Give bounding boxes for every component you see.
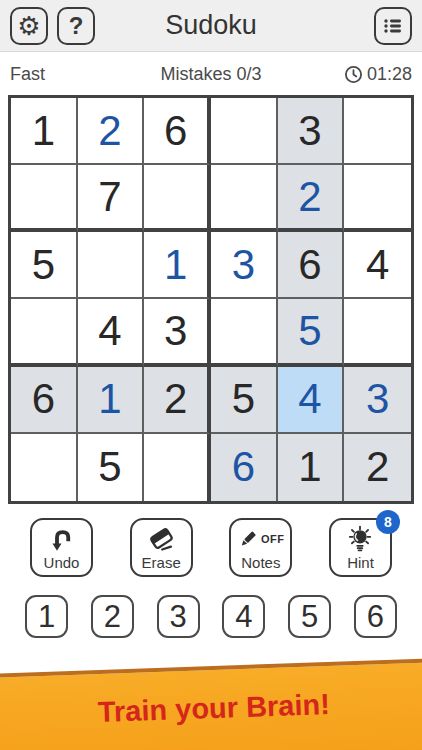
notes-label: Notes bbox=[241, 554, 280, 572]
cell-r4c2[interactable]: 4 bbox=[78, 299, 145, 366]
sudoku-app: ⚙ ? Sudoku Fast Mistakes 0/3 01:28 bbox=[0, 0, 422, 750]
cell-r3c2[interactable] bbox=[78, 232, 145, 299]
clock-icon bbox=[344, 65, 363, 84]
cell-r3c1[interactable]: 5 bbox=[11, 232, 78, 299]
cell-r1c5[interactable]: 3 bbox=[278, 98, 345, 165]
status-bar: Fast Mistakes 0/3 01:28 bbox=[0, 53, 422, 95]
cell-r1c3[interactable]: 6 bbox=[144, 98, 211, 165]
cell-r1c2[interactable]: 2 bbox=[78, 98, 145, 165]
undo-arrow-icon bbox=[48, 526, 75, 553]
cell-r5c3[interactable]: 2 bbox=[144, 367, 211, 434]
settings-button[interactable]: ⚙ bbox=[10, 7, 48, 45]
cell-r3c5[interactable]: 6 bbox=[278, 232, 345, 299]
cell-r5c6[interactable]: 3 bbox=[344, 367, 411, 434]
notes-state: OFF bbox=[261, 533, 285, 545]
timer: 01:28 bbox=[294, 64, 412, 85]
cell-r6c1[interactable] bbox=[11, 434, 78, 501]
menu-list-icon bbox=[381, 14, 405, 38]
cell-r4c1[interactable] bbox=[11, 299, 78, 366]
cell-r3c6[interactable]: 4 bbox=[344, 232, 411, 299]
cell-r2c1[interactable] bbox=[11, 165, 78, 232]
sudoku-board: 126372513644356125435612 bbox=[8, 95, 414, 504]
menu-button[interactable] bbox=[374, 7, 412, 45]
cell-r5c5[interactable]: 4 bbox=[278, 367, 345, 434]
toolbar: Undo Erase bbox=[0, 518, 422, 578]
cell-r3c4[interactable]: 3 bbox=[211, 232, 278, 299]
cell-r2c2[interactable]: 7 bbox=[78, 165, 145, 232]
mistakes-counter: Mistakes 0/3 bbox=[128, 64, 294, 85]
cell-r1c1[interactable]: 1 bbox=[11, 98, 78, 165]
cell-r1c4[interactable] bbox=[211, 98, 278, 165]
num-button-6[interactable]: 6 bbox=[354, 595, 397, 638]
cell-r4c5[interactable]: 5 bbox=[278, 299, 345, 366]
cell-r6c5[interactable]: 1 bbox=[278, 434, 345, 501]
cell-r6c4[interactable]: 6 bbox=[211, 434, 278, 501]
num-button-5[interactable]: 5 bbox=[288, 595, 331, 638]
num-button-3[interactable]: 3 bbox=[157, 595, 200, 638]
erase-button[interactable]: Erase bbox=[130, 518, 193, 577]
eraser-icon bbox=[147, 525, 175, 553]
cell-r2c3[interactable] bbox=[144, 165, 211, 232]
pencil-icon bbox=[237, 528, 259, 550]
banner-text: Train your Brain! bbox=[97, 688, 333, 750]
undo-button[interactable]: Undo bbox=[30, 518, 93, 577]
question-icon: ? bbox=[69, 12, 84, 40]
number-pad: 123456 bbox=[0, 595, 422, 639]
cell-r1c6[interactable] bbox=[344, 98, 411, 165]
num-button-4[interactable]: 4 bbox=[222, 595, 265, 638]
erase-label: Erase bbox=[142, 554, 181, 572]
cell-r2c5[interactable]: 2 bbox=[278, 165, 345, 232]
num-button-2[interactable]: 2 bbox=[91, 595, 134, 638]
header-bar: ⚙ ? Sudoku bbox=[0, 0, 422, 52]
num-button-1[interactable]: 1 bbox=[25, 595, 68, 638]
cell-r4c4[interactable] bbox=[211, 299, 278, 366]
notes-button[interactable]: OFF Notes bbox=[229, 518, 292, 577]
cell-r2c4[interactable] bbox=[211, 165, 278, 232]
difficulty-label[interactable]: Fast bbox=[10, 64, 128, 85]
lightbulb-icon bbox=[346, 525, 374, 553]
gear-icon: ⚙ bbox=[17, 13, 40, 39]
help-button[interactable]: ? bbox=[57, 7, 95, 45]
cell-r6c2[interactable]: 5 bbox=[78, 434, 145, 501]
cell-r6c6[interactable]: 2 bbox=[344, 434, 411, 501]
timer-value: 01:28 bbox=[367, 64, 412, 85]
cell-r5c1[interactable]: 6 bbox=[11, 367, 78, 434]
ad-banner[interactable]: Train your Brain! bbox=[0, 658, 422, 750]
undo-label: Undo bbox=[44, 554, 80, 572]
hint-label: Hint bbox=[347, 554, 374, 572]
hint-button[interactable]: Hint 8 bbox=[329, 518, 392, 577]
cell-r3c3[interactable]: 1 bbox=[144, 232, 211, 299]
cell-r4c6[interactable] bbox=[344, 299, 411, 366]
hint-count-badge: 8 bbox=[376, 510, 400, 534]
cell-r5c2[interactable]: 1 bbox=[78, 367, 145, 434]
cell-r4c3[interactable]: 3 bbox=[144, 299, 211, 366]
cell-r5c4[interactable]: 5 bbox=[211, 367, 278, 434]
cell-r2c6[interactable] bbox=[344, 165, 411, 232]
cell-r6c3[interactable] bbox=[144, 434, 211, 501]
